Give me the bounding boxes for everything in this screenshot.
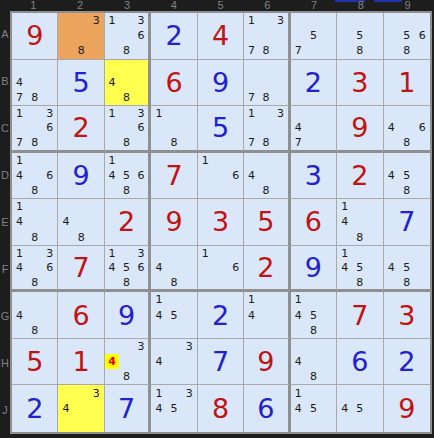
candidate-C7-7[interactable]: 7 bbox=[291, 135, 306, 150]
candidate-C3-3[interactable]: 3 bbox=[134, 106, 148, 121]
cell-G7[interactable]: 1458 bbox=[291, 292, 337, 339]
cell-C5[interactable]: 5 bbox=[198, 106, 244, 153]
candidate-slot-empty bbox=[166, 292, 181, 307]
candidate-G4-5[interactable]: 5 bbox=[166, 308, 181, 323]
candidate-G6-4[interactable]: 4 bbox=[244, 308, 258, 323]
candidate-H3-3[interactable]: 3 bbox=[134, 339, 148, 354]
cell-value-H1: 5 bbox=[26, 348, 43, 375]
candidate-J2-4[interactable]: 4 bbox=[58, 401, 73, 417]
candidate-slot-empty bbox=[89, 199, 104, 214]
candidate-C1-7[interactable]: 7 bbox=[12, 135, 27, 150]
cell-G3[interactable]: 9 bbox=[105, 292, 151, 339]
candidate-C3-8[interactable]: 8 bbox=[119, 135, 133, 150]
candidate-J7-4[interactable]: 4 bbox=[291, 401, 306, 417]
cell-H3[interactable]: 348 bbox=[105, 339, 151, 386]
candidate-J4-3[interactable]: 3 bbox=[182, 385, 197, 401]
col-label-9: 9 bbox=[384, 0, 431, 11]
candidate-slot-empty bbox=[89, 401, 104, 417]
candidate-E2-8[interactable]: 8 bbox=[74, 230, 89, 245]
candidate-F8-8[interactable]: 8 bbox=[352, 275, 367, 290]
pencil-marks-F9: 458 bbox=[384, 246, 430, 290]
candidate-slot-empty bbox=[259, 13, 273, 28]
candidate-slot-empty bbox=[151, 121, 166, 136]
candidate-A6-1[interactable]: 1 bbox=[244, 13, 258, 28]
candidate-H3-8[interactable]: 8 bbox=[119, 369, 133, 384]
cell-D1[interactable]: 1468 bbox=[12, 153, 58, 200]
candidate-C6-7[interactable]: 7 bbox=[244, 135, 258, 150]
cell-C9[interactable]: 468 bbox=[384, 106, 430, 153]
cell-F3[interactable]: 134568 bbox=[105, 246, 151, 293]
candidate-slot-empty bbox=[228, 275, 243, 290]
cell-F1[interactable]: 13468 bbox=[12, 246, 58, 293]
candidate-C3-1[interactable]: 1 bbox=[105, 106, 119, 121]
candidate-D3-4[interactable]: 4 bbox=[105, 168, 119, 183]
candidate-H4-4[interactable]: 4 bbox=[151, 354, 166, 369]
candidate-A3-6[interactable]: 6 bbox=[134, 28, 148, 43]
candidate-J4-1[interactable]: 1 bbox=[151, 385, 166, 401]
candidate-slot-empty bbox=[166, 260, 181, 275]
cell-J7[interactable]: 145 bbox=[291, 385, 337, 432]
candidate-slot-empty bbox=[58, 230, 73, 245]
candidate-G7-4[interactable]: 4 bbox=[291, 308, 306, 323]
cell-value-E5: 3 bbox=[212, 208, 229, 235]
candidate-C1-1[interactable]: 1 bbox=[12, 106, 27, 121]
candidate-F8-1[interactable]: 1 bbox=[337, 246, 352, 261]
candidate-E8-4[interactable]: 4 bbox=[337, 214, 352, 229]
candidate-F5-1[interactable]: 1 bbox=[198, 246, 213, 261]
cell-G1[interactable]: 48 bbox=[12, 292, 58, 339]
cell-H9[interactable]: 2 bbox=[384, 339, 430, 386]
candidate-A6-7[interactable]: 7 bbox=[244, 43, 258, 58]
candidate-slot-empty bbox=[244, 323, 258, 338]
cell-H4[interactable]: 34 bbox=[151, 339, 197, 386]
pencil-marks-A8: 58 bbox=[337, 13, 382, 59]
candidate-slot-empty bbox=[89, 43, 104, 58]
cell-A7[interactable]: 57 bbox=[291, 13, 337, 60]
cell-J5[interactable]: 8 bbox=[198, 385, 244, 432]
candidate-F8-4[interactable]: 4 bbox=[337, 260, 352, 275]
candidate-A3-1[interactable]: 1 bbox=[105, 13, 119, 28]
cell-E4[interactable]: 9 bbox=[151, 199, 197, 246]
candidate-slot-empty bbox=[74, 416, 89, 432]
cell-D6[interactable]: 48 bbox=[244, 153, 290, 200]
candidate-D1-1[interactable]: 1 bbox=[12, 153, 27, 168]
cell-G6[interactable]: 14 bbox=[244, 292, 290, 339]
candidate-H4-3[interactable]: 3 bbox=[182, 339, 197, 354]
candidate-G7-8[interactable]: 8 bbox=[306, 323, 321, 338]
candidate-slot-empty bbox=[415, 246, 430, 261]
candidate-D3-8[interactable]: 8 bbox=[119, 183, 133, 198]
candidate-A3-8[interactable]: 8 bbox=[119, 43, 133, 58]
candidate-slot-empty bbox=[337, 385, 352, 401]
candidate-slot-empty bbox=[367, 230, 382, 245]
candidate-slot-empty bbox=[306, 121, 321, 136]
candidate-B6-7[interactable]: 7 bbox=[244, 90, 258, 105]
candidate-slot-empty bbox=[42, 153, 57, 168]
candidate-slot-empty bbox=[259, 323, 273, 338]
candidate-J2-3[interactable]: 3 bbox=[89, 385, 104, 401]
cell-F7[interactable]: 9 bbox=[291, 246, 337, 293]
pencil-marks-D6: 48 bbox=[244, 153, 287, 199]
cell-B5[interactable]: 9 bbox=[198, 60, 244, 107]
col-label-2: 2 bbox=[57, 0, 104, 11]
candidate-F3-6[interactable]: 6 bbox=[134, 260, 148, 275]
cell-G4[interactable]: 145 bbox=[151, 292, 197, 339]
candidate-slot-empty bbox=[105, 275, 119, 290]
cell-A2[interactable]: 38 bbox=[58, 13, 104, 60]
col-label-5: 5 bbox=[197, 0, 244, 11]
cell-B1[interactable]: 478 bbox=[12, 60, 58, 107]
cell-A8[interactable]: 58 bbox=[337, 13, 383, 60]
candidate-slot-empty bbox=[58, 385, 73, 401]
candidate-slot-empty bbox=[399, 153, 414, 168]
candidate-B6-8[interactable]: 8 bbox=[259, 90, 273, 105]
cell-E1[interactable]: 148 bbox=[12, 199, 58, 246]
candidate-slot-empty bbox=[259, 60, 273, 75]
candidate-C7-4[interactable]: 4 bbox=[291, 121, 306, 136]
candidate-slot-empty bbox=[105, 135, 119, 150]
candidate-A7-5[interactable]: 5 bbox=[306, 28, 321, 43]
candidate-J7-1[interactable]: 1 bbox=[291, 385, 306, 401]
cell-C1[interactable]: 13678 bbox=[12, 106, 58, 153]
cell-D9[interactable]: 458 bbox=[384, 153, 430, 200]
cell-J1[interactable]: 2 bbox=[12, 385, 58, 432]
candidate-slot-empty bbox=[244, 153, 258, 168]
candidate-slot-empty bbox=[166, 323, 181, 338]
candidate-slot-empty bbox=[74, 13, 89, 28]
candidate-H7-8[interactable]: 8 bbox=[306, 369, 321, 384]
candidate-A3-3[interactable]: 3 bbox=[134, 13, 148, 28]
pencil-marks-D5: 16 bbox=[198, 153, 243, 199]
cell-B2[interactable]: 5 bbox=[58, 60, 104, 107]
cell-A1[interactable]: 9 bbox=[12, 13, 58, 60]
candidate-F4-8[interactable]: 8 bbox=[166, 275, 181, 290]
candidate-slot-empty bbox=[119, 339, 133, 354]
cell-E9[interactable]: 7 bbox=[384, 199, 430, 246]
candidate-slot-empty bbox=[166, 369, 181, 384]
candidate-slot-empty bbox=[12, 292, 27, 307]
candidate-F1-8[interactable]: 8 bbox=[27, 275, 42, 290]
col-label-3: 3 bbox=[104, 0, 151, 11]
candidate-D9-4[interactable]: 4 bbox=[384, 168, 399, 183]
candidate-B1-4[interactable]: 4 bbox=[12, 75, 27, 90]
cell-F9[interactable]: 458 bbox=[384, 246, 430, 293]
candidate-slot-empty bbox=[58, 13, 73, 28]
candidate-F1-1[interactable]: 1 bbox=[12, 246, 27, 261]
cell-F6[interactable]: 2 bbox=[244, 246, 290, 293]
cell-J8[interactable]: 45 bbox=[337, 385, 383, 432]
candidate-slot-empty bbox=[273, 292, 287, 307]
cell-G8[interactable]: 7 bbox=[337, 292, 383, 339]
cell-J6[interactable]: 6 bbox=[244, 385, 290, 432]
cell-value-D2: 9 bbox=[73, 162, 90, 189]
cell-J9[interactable]: 9 bbox=[384, 385, 430, 432]
cell-E5[interactable]: 3 bbox=[198, 199, 244, 246]
candidate-G7-1[interactable]: 1 bbox=[291, 292, 306, 307]
candidate-A7-7[interactable]: 7 bbox=[291, 43, 306, 58]
candidate-B1-7[interactable]: 7 bbox=[12, 90, 27, 105]
candidate-J4-5[interactable]: 5 bbox=[166, 401, 181, 417]
row-label-F: F bbox=[0, 245, 10, 292]
candidate-C9-4[interactable]: 4 bbox=[384, 121, 399, 136]
candidate-C6-3[interactable]: 3 bbox=[273, 106, 287, 121]
candidate-slot-empty bbox=[134, 75, 148, 90]
candidate-G1-4[interactable]: 4 bbox=[12, 308, 27, 323]
candidate-C4-1[interactable]: 1 bbox=[151, 106, 166, 121]
cell-G9[interactable]: 3 bbox=[384, 292, 430, 339]
cell-value-G2: 6 bbox=[73, 302, 90, 329]
candidate-F9-4[interactable]: 4 bbox=[384, 260, 399, 275]
cell-H7[interactable]: 48 bbox=[291, 339, 337, 386]
candidate-H3-4[interactable]: 4 bbox=[105, 354, 119, 369]
cell-J3[interactable]: 7 bbox=[105, 385, 151, 432]
candidate-slot-empty bbox=[384, 135, 399, 150]
cell-C8[interactable]: 9 bbox=[337, 106, 383, 153]
candidate-A2-3[interactable]: 3 bbox=[89, 13, 104, 28]
cell-value-J5: 8 bbox=[212, 395, 229, 422]
candidate-slot-empty bbox=[291, 28, 306, 43]
cell-value-G5: 2 bbox=[212, 302, 229, 329]
cell-B9[interactable]: 1 bbox=[384, 60, 430, 107]
candidate-C1-6[interactable]: 6 bbox=[42, 121, 57, 136]
candidate-G6-1[interactable]: 1 bbox=[244, 292, 258, 307]
candidate-slot-empty bbox=[134, 183, 148, 198]
candidate-D3-6[interactable]: 6 bbox=[134, 168, 148, 183]
cell-A4[interactable]: 2 bbox=[151, 13, 197, 60]
candidate-slot-empty bbox=[291, 106, 306, 121]
candidate-F3-8[interactable]: 8 bbox=[119, 275, 133, 290]
cell-H2[interactable]: 1 bbox=[58, 339, 104, 386]
candidate-B1-8[interactable]: 8 bbox=[27, 90, 42, 105]
pencil-marks-H7: 48 bbox=[291, 339, 336, 385]
candidate-slot-empty bbox=[259, 28, 273, 43]
cell-B7[interactable]: 2 bbox=[291, 60, 337, 107]
cell-A3[interactable]: 1368 bbox=[105, 13, 151, 60]
candidate-E1-8[interactable]: 8 bbox=[27, 230, 42, 245]
candidate-G4-1[interactable]: 1 bbox=[151, 292, 166, 307]
candidate-F1-6[interactable]: 6 bbox=[42, 260, 57, 275]
candidate-F3-4[interactable]: 4 bbox=[105, 260, 119, 275]
candidate-B3-8[interactable]: 8 bbox=[119, 90, 133, 105]
candidate-slot-empty bbox=[27, 60, 42, 75]
cell-F4[interactable]: 48 bbox=[151, 246, 197, 293]
cell-C6[interactable]: 1378 bbox=[244, 106, 290, 153]
candidate-F8-5[interactable]: 5 bbox=[352, 260, 367, 275]
row-label-J: J bbox=[0, 386, 10, 433]
candidate-B3-4[interactable]: 4 bbox=[105, 75, 119, 90]
candidate-slot-empty bbox=[321, 354, 336, 369]
cell-value-E3: 2 bbox=[118, 208, 135, 235]
candidate-E1-4[interactable]: 4 bbox=[12, 214, 27, 229]
candidate-H7-4[interactable]: 4 bbox=[291, 354, 306, 369]
candidate-C9-8[interactable]: 8 bbox=[399, 135, 414, 150]
pencil-marks-G1: 48 bbox=[12, 292, 57, 338]
cell-J2[interactable]: 34 bbox=[58, 385, 104, 432]
candidate-slot-empty bbox=[352, 385, 367, 401]
candidate-C6-1[interactable]: 1 bbox=[244, 106, 258, 121]
candidate-slot-empty bbox=[367, 28, 382, 43]
candidate-slot-empty bbox=[134, 369, 148, 384]
candidate-F4-4[interactable]: 4 bbox=[151, 260, 166, 275]
candidate-C1-3[interactable]: 3 bbox=[42, 106, 57, 121]
candidate-slot-empty bbox=[337, 43, 352, 58]
cell-B3[interactable]: 48 bbox=[105, 60, 151, 107]
cell-B4[interactable]: 6 bbox=[151, 60, 197, 107]
cell-C7[interactable]: 47 bbox=[291, 106, 337, 153]
pencil-marks-F5: 16 bbox=[198, 246, 243, 290]
candidate-slot-empty bbox=[182, 401, 197, 417]
candidate-D3-5[interactable]: 5 bbox=[119, 168, 133, 183]
candidate-slot-empty bbox=[367, 13, 382, 28]
candidate-C9-6[interactable]: 6 bbox=[415, 121, 430, 136]
cell-G5[interactable]: 2 bbox=[198, 292, 244, 339]
cell-H8[interactable]: 6 bbox=[337, 339, 383, 386]
cell-A9[interactable]: 568 bbox=[384, 13, 430, 60]
candidate-D6-8[interactable]: 8 bbox=[259, 183, 273, 198]
candidate-F3-5[interactable]: 5 bbox=[119, 260, 133, 275]
candidate-D9-5[interactable]: 5 bbox=[399, 168, 414, 183]
cell-H1[interactable]: 5 bbox=[12, 339, 58, 386]
cell-H5[interactable]: 7 bbox=[198, 339, 244, 386]
candidate-slot-empty bbox=[259, 121, 273, 136]
candidate-E8-1[interactable]: 1 bbox=[337, 199, 352, 214]
cell-B6[interactable]: 78 bbox=[244, 60, 290, 107]
cell-J4[interactable]: 1345 bbox=[151, 385, 197, 432]
pencil-marks-C4: 18 bbox=[151, 106, 196, 150]
candidate-slot-empty bbox=[306, 339, 321, 354]
candidate-C1-8[interactable]: 8 bbox=[27, 135, 42, 150]
candidate-D5-6[interactable]: 6 bbox=[228, 168, 243, 183]
candidate-D1-8[interactable]: 8 bbox=[27, 183, 42, 198]
cell-D4[interactable]: 7 bbox=[151, 153, 197, 200]
candidate-F1-3[interactable]: 3 bbox=[42, 246, 57, 261]
candidate-D5-1[interactable]: 1 bbox=[198, 153, 213, 168]
candidate-slot-empty bbox=[259, 153, 273, 168]
cell-F5[interactable]: 16 bbox=[198, 246, 244, 293]
candidate-A9-5[interactable]: 5 bbox=[399, 28, 414, 43]
cell-H6[interactable]: 9 bbox=[244, 339, 290, 386]
candidate-A8-8[interactable]: 8 bbox=[352, 43, 367, 58]
cell-C2[interactable]: 2 bbox=[58, 106, 104, 153]
candidate-slot-empty bbox=[244, 183, 258, 198]
candidate-C3-6[interactable]: 6 bbox=[134, 121, 148, 136]
candidate-F9-8[interactable]: 8 bbox=[399, 275, 414, 290]
candidate-F3-1[interactable]: 1 bbox=[105, 246, 119, 261]
candidate-G1-8[interactable]: 8 bbox=[27, 323, 42, 338]
cell-E3[interactable]: 2 bbox=[105, 199, 151, 246]
cell-C3[interactable]: 1368 bbox=[105, 106, 151, 153]
candidate-slot-empty bbox=[415, 260, 430, 275]
cell-D7[interactable]: 3 bbox=[291, 153, 337, 200]
candidate-slot-empty bbox=[321, 339, 336, 354]
candidate-A9-8[interactable]: 8 bbox=[399, 43, 414, 58]
cell-A5[interactable]: 4 bbox=[198, 13, 244, 60]
candidate-slot-empty bbox=[27, 153, 42, 168]
pencil-marks-B1: 478 bbox=[12, 60, 57, 106]
pencil-marks-G7: 1458 bbox=[291, 292, 336, 338]
candidate-slot-empty bbox=[306, 106, 321, 121]
candidate-A8-5[interactable]: 5 bbox=[352, 28, 367, 43]
cell-value-E9: 7 bbox=[398, 208, 415, 235]
cell-F2[interactable]: 7 bbox=[58, 246, 104, 293]
cell-G2[interactable]: 6 bbox=[58, 292, 104, 339]
cell-F8[interactable]: 1458 bbox=[337, 246, 383, 293]
candidate-slot-empty bbox=[42, 275, 57, 290]
candidate-slot-empty bbox=[166, 121, 181, 136]
candidate-slot-empty bbox=[42, 292, 57, 307]
candidate-D1-6[interactable]: 6 bbox=[42, 168, 57, 183]
candidate-J8-5[interactable]: 5 bbox=[352, 401, 367, 417]
candidate-G4-4[interactable]: 4 bbox=[151, 308, 166, 323]
candidate-slot-empty bbox=[151, 339, 166, 354]
cell-E6[interactable]: 5 bbox=[244, 199, 290, 246]
row-label-E: E bbox=[0, 199, 10, 246]
candidate-slot-empty bbox=[182, 308, 197, 323]
candidate-E1-1[interactable]: 1 bbox=[12, 199, 27, 214]
candidate-C6-8[interactable]: 8 bbox=[259, 135, 273, 150]
candidate-slot-empty bbox=[166, 106, 181, 121]
candidate-slot-empty bbox=[198, 260, 213, 275]
candidate-G7-5[interactable]: 5 bbox=[306, 308, 321, 323]
cell-D8[interactable]: 2 bbox=[337, 153, 383, 200]
candidate-slot-empty bbox=[367, 43, 382, 58]
cell-D5[interactable]: 16 bbox=[198, 153, 244, 200]
candidate-J8-4[interactable]: 4 bbox=[337, 401, 352, 417]
cell-value-E4: 9 bbox=[165, 208, 182, 235]
candidate-C4-8[interactable]: 8 bbox=[166, 135, 181, 150]
cell-A6[interactable]: 1378 bbox=[244, 13, 290, 60]
cell-B8[interactable]: 3 bbox=[337, 60, 383, 107]
cell-D3[interactable]: 14568 bbox=[105, 153, 151, 200]
candidate-slot-empty bbox=[119, 106, 133, 121]
cell-E2[interactable]: 48 bbox=[58, 199, 104, 246]
candidate-A9-6[interactable]: 6 bbox=[415, 28, 430, 43]
candidate-slot-empty bbox=[134, 135, 148, 150]
candidate-A6-8[interactable]: 8 bbox=[259, 43, 273, 58]
candidate-F3-3[interactable]: 3 bbox=[134, 246, 148, 261]
candidate-slot-empty bbox=[273, 90, 287, 105]
candidate-A6-3[interactable]: 3 bbox=[273, 13, 287, 28]
candidate-slot-empty bbox=[291, 13, 306, 28]
candidate-D9-8[interactable]: 8 bbox=[399, 183, 414, 198]
candidate-J7-5[interactable]: 5 bbox=[306, 401, 321, 417]
cell-D2[interactable]: 9 bbox=[58, 153, 104, 200]
candidate-E2-4[interactable]: 4 bbox=[58, 214, 73, 229]
candidate-slot-empty bbox=[321, 28, 336, 43]
candidate-D6-4[interactable]: 4 bbox=[244, 168, 258, 183]
candidate-slot-empty bbox=[273, 168, 287, 183]
candidate-slot-empty bbox=[27, 106, 42, 121]
candidate-slot-empty bbox=[321, 13, 336, 28]
candidate-D1-4[interactable]: 4 bbox=[12, 168, 27, 183]
candidate-A2-8[interactable]: 8 bbox=[74, 43, 89, 58]
cell-E8[interactable]: 148 bbox=[337, 199, 383, 246]
candidate-F9-5[interactable]: 5 bbox=[399, 260, 414, 275]
candidate-slot-empty bbox=[119, 75, 133, 90]
candidate-slot-empty bbox=[384, 275, 399, 290]
pencil-marks-B6: 78 bbox=[244, 60, 287, 106]
candidate-F5-6[interactable]: 6 bbox=[228, 260, 243, 275]
candidate-F1-4[interactable]: 4 bbox=[12, 260, 27, 275]
candidate-D3-1[interactable]: 1 bbox=[105, 153, 119, 168]
pencil-marks-B3: 48 bbox=[105, 60, 148, 106]
candidate-slot-empty bbox=[166, 246, 181, 261]
cell-E7[interactable]: 6 bbox=[291, 199, 337, 246]
candidate-slot-empty bbox=[134, 275, 148, 290]
candidate-E8-8[interactable]: 8 bbox=[352, 230, 367, 245]
cell-C4[interactable]: 18 bbox=[151, 106, 197, 153]
candidate-J4-4[interactable]: 4 bbox=[151, 401, 166, 417]
